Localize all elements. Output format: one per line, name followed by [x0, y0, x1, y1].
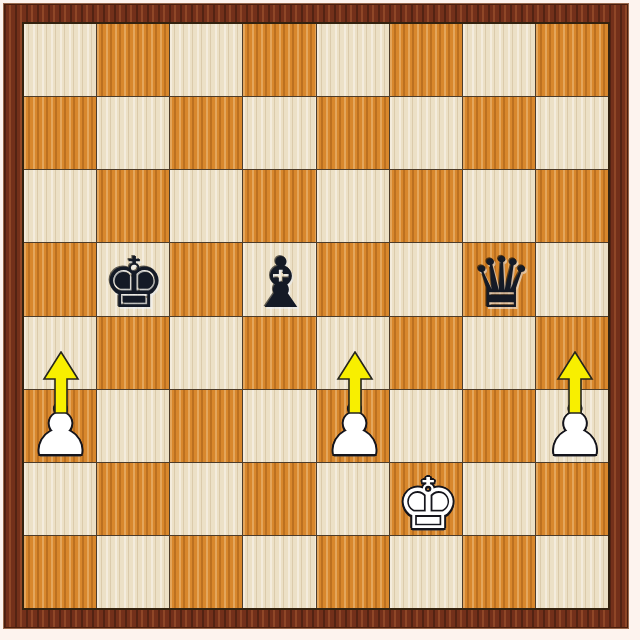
square-h5[interactable]: [536, 243, 608, 315]
square-e5[interactable]: [317, 243, 389, 315]
square-c6[interactable]: [170, 170, 242, 242]
square-a4[interactable]: [24, 317, 96, 389]
square-h4[interactable]: [536, 317, 608, 389]
square-f3[interactable]: [390, 390, 462, 462]
square-d4[interactable]: [243, 317, 315, 389]
square-a1[interactable]: [24, 536, 96, 608]
square-d2[interactable]: [243, 463, 315, 535]
chess-board: ♚♝♛♟♟♟♚: [22, 22, 610, 610]
square-a6[interactable]: [24, 170, 96, 242]
square-g2[interactable]: [463, 463, 535, 535]
square-g3[interactable]: [463, 390, 535, 462]
square-g1[interactable]: [463, 536, 535, 608]
square-g6[interactable]: [463, 170, 535, 242]
square-b2[interactable]: [97, 463, 169, 535]
square-c3[interactable]: [170, 390, 242, 462]
square-a2[interactable]: [24, 463, 96, 535]
square-b1[interactable]: [97, 536, 169, 608]
page: { "game": "chess", "title": "Chess posit…: [0, 0, 640, 640]
square-e2[interactable]: [317, 463, 389, 535]
square-e4[interactable]: [317, 317, 389, 389]
square-c7[interactable]: [170, 97, 242, 169]
square-d8[interactable]: [243, 24, 315, 96]
square-b6[interactable]: [97, 170, 169, 242]
square-f6[interactable]: [390, 170, 462, 242]
square-d6[interactable]: [243, 170, 315, 242]
square-h6[interactable]: [536, 170, 608, 242]
square-b8[interactable]: [97, 24, 169, 96]
square-a5[interactable]: [24, 243, 96, 315]
square-e7[interactable]: [317, 97, 389, 169]
square-h1[interactable]: [536, 536, 608, 608]
square-c1[interactable]: [170, 536, 242, 608]
square-f1[interactable]: [390, 536, 462, 608]
square-f4[interactable]: [390, 317, 462, 389]
square-h8[interactable]: [536, 24, 608, 96]
square-b7[interactable]: [97, 97, 169, 169]
square-f5[interactable]: [390, 243, 462, 315]
square-c2[interactable]: [170, 463, 242, 535]
white-pawn-h3[interactable]: ♟: [539, 394, 613, 468]
square-e6[interactable]: [317, 170, 389, 242]
square-d1[interactable]: [243, 536, 315, 608]
square-a7[interactable]: [24, 97, 96, 169]
square-c4[interactable]: [170, 317, 242, 389]
square-g7[interactable]: [463, 97, 535, 169]
square-h2[interactable]: [536, 463, 608, 535]
square-g4[interactable]: [463, 317, 535, 389]
white-king-f2[interactable]: ♚: [392, 467, 466, 541]
square-f8[interactable]: [390, 24, 462, 96]
square-d7[interactable]: [243, 97, 315, 169]
square-e1[interactable]: [317, 536, 389, 608]
square-b4[interactable]: [97, 317, 169, 389]
square-e8[interactable]: [317, 24, 389, 96]
board-frame: ♚♝♛♟♟♟♚: [4, 4, 628, 628]
square-b3[interactable]: [97, 390, 169, 462]
black-king-b5[interactable]: ♚: [98, 247, 172, 321]
square-c5[interactable]: [170, 243, 242, 315]
black-bishop-d5[interactable]: ♝: [245, 247, 319, 321]
square-c8[interactable]: [170, 24, 242, 96]
square-a8[interactable]: [24, 24, 96, 96]
white-pawn-a3[interactable]: ♟: [24, 394, 98, 468]
white-pawn-e3[interactable]: ♟: [318, 394, 392, 468]
square-h7[interactable]: [536, 97, 608, 169]
square-d3[interactable]: [243, 390, 315, 462]
black-queen-g5[interactable]: ♛: [465, 247, 539, 321]
square-g8[interactable]: [463, 24, 535, 96]
square-f7[interactable]: [390, 97, 462, 169]
